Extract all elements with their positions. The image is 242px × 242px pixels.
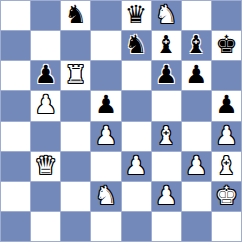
piece-white-queen: ♛ (34, 153, 56, 178)
square-c3[interactable] (61, 152, 90, 181)
square-b6[interactable]: ♟ (31, 61, 60, 90)
square-b3[interactable]: ♛ (31, 152, 60, 181)
square-d4[interactable]: ♟ (91, 122, 120, 151)
piece-white-pawn: ♟ (95, 123, 117, 148)
square-d8[interactable] (91, 1, 120, 30)
piece-black-knight: ♞ (65, 2, 87, 27)
square-f5[interactable] (152, 91, 181, 120)
square-e5[interactable] (122, 91, 151, 120)
square-b7[interactable] (31, 31, 60, 60)
piece-black-pawn: ♟ (185, 62, 207, 87)
piece-white-pawn: ♟ (125, 153, 147, 178)
square-f1[interactable] (152, 212, 181, 241)
square-e3[interactable]: ♟ (122, 152, 151, 181)
square-g3[interactable]: ♟ (182, 152, 211, 181)
piece-black-bishop: ♝ (155, 32, 177, 57)
piece-black-pawn: ♟ (95, 92, 117, 117)
piece-white-king: ♚ (215, 183, 237, 208)
square-h7[interactable]: ♚ (212, 31, 241, 60)
square-e6[interactable] (122, 61, 151, 90)
square-f7[interactable]: ♝ (152, 31, 181, 60)
piece-black-king: ♚ (215, 32, 237, 57)
square-h3[interactable]: ♝ (212, 152, 241, 181)
square-f4[interactable]: ♝ (152, 122, 181, 151)
square-c7[interactable] (61, 31, 90, 60)
square-g6[interactable]: ♟ (182, 61, 211, 90)
piece-black-pawn: ♟ (155, 62, 177, 87)
square-h4[interactable]: ♟ (212, 122, 241, 151)
square-e1[interactable] (122, 212, 151, 241)
square-d1[interactable] (91, 212, 120, 241)
square-g1[interactable] (182, 212, 211, 241)
square-c4[interactable] (61, 122, 90, 151)
square-f6[interactable]: ♟ (152, 61, 181, 90)
square-h5[interactable]: ♟ (212, 91, 241, 120)
square-c6[interactable]: ♜ (61, 61, 90, 90)
piece-black-pawn: ♟ (215, 92, 237, 117)
square-a1[interactable] (1, 212, 30, 241)
square-g4[interactable] (182, 122, 211, 151)
piece-white-bishop: ♝ (155, 123, 177, 148)
square-c5[interactable] (61, 91, 90, 120)
square-b1[interactable] (31, 212, 60, 241)
square-d5[interactable]: ♟ (91, 91, 120, 120)
square-d7[interactable] (91, 31, 120, 60)
square-e7[interactable]: ♞ (122, 31, 151, 60)
square-e4[interactable] (122, 122, 151, 151)
piece-white-pawn: ♟ (34, 92, 56, 117)
square-d6[interactable] (91, 61, 120, 90)
piece-white-pawn: ♟ (215, 123, 237, 148)
square-h1[interactable] (212, 212, 241, 241)
piece-white-pawn: ♟ (155, 183, 177, 208)
square-f2[interactable]: ♟ (152, 182, 181, 211)
square-e2[interactable] (122, 182, 151, 211)
square-e8[interactable]: ♛ (122, 1, 151, 30)
square-a5[interactable] (1, 91, 30, 120)
square-g8[interactable] (182, 1, 211, 30)
piece-white-bishop: ♝ (215, 153, 237, 178)
square-b5[interactable]: ♟ (31, 91, 60, 120)
square-a6[interactable] (1, 61, 30, 90)
square-a2[interactable] (1, 182, 30, 211)
piece-white-knight: ♞ (155, 2, 177, 27)
square-a8[interactable] (1, 1, 30, 30)
square-g2[interactable] (182, 182, 211, 211)
square-c2[interactable] (61, 182, 90, 211)
square-h6[interactable] (212, 61, 241, 90)
square-h8[interactable] (212, 1, 241, 30)
square-a7[interactable] (1, 31, 30, 60)
piece-white-pawn: ♟ (185, 153, 207, 178)
square-a4[interactable] (1, 122, 30, 151)
piece-black-bishop: ♝ (185, 32, 207, 57)
square-a3[interactable] (1, 152, 30, 181)
piece-white-rook: ♜ (65, 62, 87, 87)
square-b2[interactable] (31, 182, 60, 211)
piece-black-queen: ♛ (125, 2, 147, 27)
chess-board: ♞♛♞♞♝♝♚♟♜♟♟♟♟♟♟♝♟♛♟♟♝♞♟♚ (0, 0, 242, 242)
square-f8[interactable]: ♞ (152, 1, 181, 30)
square-f3[interactable] (152, 152, 181, 181)
square-h2[interactable]: ♚ (212, 182, 241, 211)
square-c1[interactable] (61, 212, 90, 241)
piece-black-knight: ♞ (125, 32, 147, 57)
square-b8[interactable] (31, 1, 60, 30)
square-g7[interactable]: ♝ (182, 31, 211, 60)
square-d3[interactable] (91, 152, 120, 181)
piece-black-pawn: ♟ (34, 62, 56, 87)
square-c8[interactable]: ♞ (61, 1, 90, 30)
square-b4[interactable] (31, 122, 60, 151)
square-d2[interactable]: ♞ (91, 182, 120, 211)
square-g5[interactable] (182, 91, 211, 120)
piece-white-knight: ♞ (95, 183, 117, 208)
